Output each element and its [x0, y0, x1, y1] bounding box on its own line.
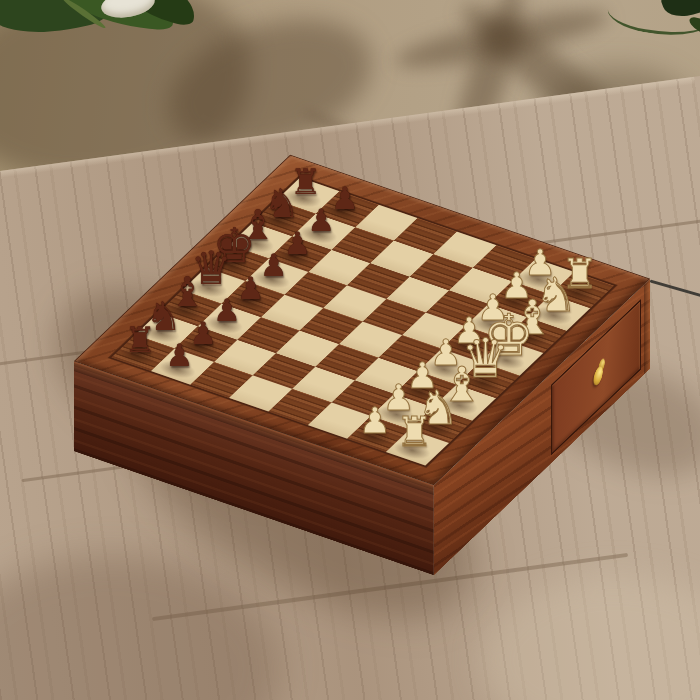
black-rook-a8: ♜ — [124, 323, 155, 358]
chess-set-photo: ♜♟♟♜♞♟♟♞♝♟♟♝♚♟♟♚♛♟♟♛♝♟♟♝♞♟♟♞♜♟♟♜ — [0, 0, 700, 700]
black-pawn-a7: ♟ — [165, 340, 193, 371]
white-rook-a1: ♜ — [396, 412, 433, 453]
chess-box-scene: ♜♟♟♜♞♟♟♞♝♟♟♝♚♟♟♚♛♟♟♛♝♟♟♝♞♟♟♞♜♟♟♜ — [0, 0, 700, 700]
white-pawn-a2: ♟ — [359, 403, 391, 439]
chess-box: ♜♟♟♜♞♟♟♞♝♟♟♝♚♟♟♚♛♟♟♛♝♟♟♝♞♟♟♞♜♟♟♜ — [74, 155, 650, 486]
drawer-knob — [594, 363, 603, 388]
